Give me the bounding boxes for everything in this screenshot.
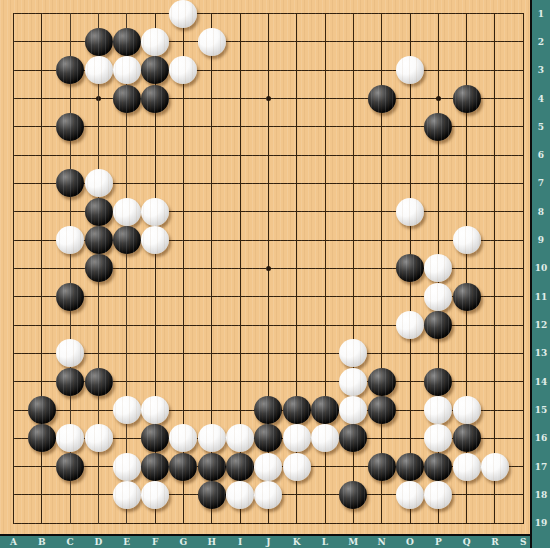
column-label-G: G <box>180 537 188 547</box>
white-stone-K17 <box>283 453 311 481</box>
column-label-N: N <box>378 537 386 547</box>
black-stone-P12 <box>424 311 452 339</box>
white-stone-C9 <box>56 226 84 254</box>
row-label-16: 16 <box>535 433 548 443</box>
row-label-9: 9 <box>538 235 544 245</box>
white-stone-O3 <box>396 56 424 84</box>
white-stone-E3 <box>113 56 141 84</box>
white-stone-D16 <box>85 424 113 452</box>
row-label-14: 14 <box>535 377 548 387</box>
grid-line-horizontal <box>13 523 524 524</box>
white-stone-P15 <box>424 396 452 424</box>
black-stone-D9 <box>85 226 113 254</box>
column-label-P: P <box>435 537 442 547</box>
black-stone-C11 <box>56 283 84 311</box>
star-point <box>96 96 101 101</box>
white-stone-Q17 <box>453 453 481 481</box>
black-stone-H17 <box>198 453 226 481</box>
column-label-Q: Q <box>463 537 471 547</box>
row-label-1: 1 <box>538 9 544 19</box>
white-stone-Q15 <box>453 396 481 424</box>
row-label-11: 11 <box>535 292 548 302</box>
white-stone-J18 <box>254 481 282 509</box>
black-stone-G17 <box>169 453 197 481</box>
white-stone-G16 <box>169 424 197 452</box>
black-stone-N17 <box>368 453 396 481</box>
black-stone-Q4 <box>453 85 481 113</box>
row-label-13: 13 <box>535 348 548 358</box>
black-stone-M18 <box>339 481 367 509</box>
black-stone-F16 <box>141 424 169 452</box>
go-board[interactable] <box>0 0 530 534</box>
white-stone-F8 <box>141 198 169 226</box>
row-label-3: 3 <box>538 65 544 75</box>
grid-line-vertical <box>523 13 524 524</box>
white-stone-C16 <box>56 424 84 452</box>
white-stone-I16 <box>226 424 254 452</box>
column-label-I: I <box>238 537 242 547</box>
white-stone-M13 <box>339 339 367 367</box>
column-label-O: O <box>406 537 414 547</box>
column-label-H: H <box>207 537 216 547</box>
black-stone-O10 <box>396 254 424 282</box>
white-stone-R17 <box>481 453 509 481</box>
row-label-2: 2 <box>538 37 544 47</box>
column-label-K: K <box>293 537 301 547</box>
star-point <box>266 266 271 271</box>
black-stone-P14 <box>424 368 452 396</box>
column-label-M: M <box>348 537 358 547</box>
black-stone-C3 <box>56 56 84 84</box>
white-stone-E15 <box>113 396 141 424</box>
black-stone-Q16 <box>453 424 481 452</box>
black-stone-D10 <box>85 254 113 282</box>
black-stone-J15 <box>254 396 282 424</box>
black-stone-D14 <box>85 368 113 396</box>
white-stone-M14 <box>339 368 367 396</box>
black-stone-E4 <box>113 85 141 113</box>
column-label-D: D <box>95 537 103 547</box>
black-stone-C17 <box>56 453 84 481</box>
white-stone-H16 <box>198 424 226 452</box>
black-stone-F3 <box>141 56 169 84</box>
white-stone-F18 <box>141 481 169 509</box>
black-stone-F4 <box>141 85 169 113</box>
black-stone-N4 <box>368 85 396 113</box>
black-stone-C5 <box>56 113 84 141</box>
column-label-E: E <box>123 537 130 547</box>
white-stone-O18 <box>396 481 424 509</box>
white-stone-H2 <box>198 28 226 56</box>
black-stone-H18 <box>198 481 226 509</box>
black-stone-B16 <box>28 424 56 452</box>
row-label-5: 5 <box>538 122 544 132</box>
row-label-6: 6 <box>538 150 544 160</box>
column-label-B: B <box>38 537 46 547</box>
column-label-L: L <box>322 537 328 547</box>
white-stone-I18 <box>226 481 254 509</box>
white-stone-K16 <box>283 424 311 452</box>
black-stone-C7 <box>56 169 84 197</box>
white-stone-D7 <box>85 169 113 197</box>
black-stone-E2 <box>113 28 141 56</box>
white-stone-E8 <box>113 198 141 226</box>
grid-line-horizontal <box>13 353 524 354</box>
right-coordinate-strip: 12345678910111213141516171819 <box>530 0 550 548</box>
black-stone-D8 <box>85 198 113 226</box>
column-label-F: F <box>152 537 158 547</box>
row-label-18: 18 <box>535 490 548 500</box>
black-stone-M16 <box>339 424 367 452</box>
row-label-4: 4 <box>538 94 544 104</box>
white-stone-Q9 <box>453 226 481 254</box>
white-stone-F9 <box>141 226 169 254</box>
white-stone-O12 <box>396 311 424 339</box>
white-stone-E18 <box>113 481 141 509</box>
star-point <box>266 96 271 101</box>
row-label-10: 10 <box>535 263 548 273</box>
column-label-R: R <box>491 537 498 547</box>
white-stone-P18 <box>424 481 452 509</box>
black-stone-L15 <box>311 396 339 424</box>
row-label-19: 19 <box>535 518 548 528</box>
white-stone-J17 <box>254 453 282 481</box>
column-label-J: J <box>266 537 270 547</box>
black-stone-I17 <box>226 453 254 481</box>
white-stone-D3 <box>85 56 113 84</box>
white-stone-P10 <box>424 254 452 282</box>
grid-line-vertical <box>494 13 495 524</box>
white-stone-F2 <box>141 28 169 56</box>
white-stone-F15 <box>141 396 169 424</box>
row-label-8: 8 <box>538 207 544 217</box>
column-label-C: C <box>67 537 74 547</box>
row-label-7: 7 <box>538 178 544 188</box>
black-stone-C14 <box>56 368 84 396</box>
black-stone-D2 <box>85 28 113 56</box>
black-stone-O17 <box>396 453 424 481</box>
row-label-17: 17 <box>535 462 548 472</box>
black-stone-P5 <box>424 113 452 141</box>
white-stone-P16 <box>424 424 452 452</box>
black-stone-P17 <box>424 453 452 481</box>
row-label-15: 15 <box>535 405 548 415</box>
black-stone-F17 <box>141 453 169 481</box>
star-point <box>436 96 441 101</box>
column-label-A: A <box>10 537 17 547</box>
black-stone-K15 <box>283 396 311 424</box>
white-stone-G3 <box>169 56 197 84</box>
black-stone-N14 <box>368 368 396 396</box>
white-stone-O8 <box>396 198 424 226</box>
white-stone-C13 <box>56 339 84 367</box>
bottom-coordinate-strip: ABCDEFGHIJKLMNOPQRS <box>0 534 530 548</box>
black-stone-Q11 <box>453 283 481 311</box>
white-stone-E17 <box>113 453 141 481</box>
white-stone-M15 <box>339 396 367 424</box>
black-stone-E9 <box>113 226 141 254</box>
go-game-screen: 12345678910111213141516171819 ABCDEFGHIJ… <box>0 0 550 548</box>
white-stone-G1 <box>169 0 197 28</box>
row-label-12: 12 <box>535 320 548 330</box>
white-stone-L16 <box>311 424 339 452</box>
black-stone-J16 <box>254 424 282 452</box>
black-stone-N15 <box>368 396 396 424</box>
white-stone-P11 <box>424 283 452 311</box>
black-stone-B15 <box>28 396 56 424</box>
column-label-S: S <box>520 537 527 547</box>
